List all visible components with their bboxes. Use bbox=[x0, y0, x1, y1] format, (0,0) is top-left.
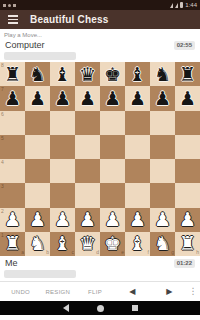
square-d2[interactable]: ♟ bbox=[75, 208, 100, 232]
square-f4[interactable] bbox=[125, 159, 150, 183]
square-c8[interactable]: ♝ bbox=[50, 62, 75, 86]
white-rook: ♜ bbox=[179, 234, 196, 253]
square-h3[interactable] bbox=[175, 183, 200, 207]
square-c7[interactable]: ♟ bbox=[50, 86, 75, 110]
square-f3[interactable] bbox=[125, 183, 150, 207]
file-label: a bbox=[21, 250, 24, 255]
home-icon[interactable] bbox=[97, 305, 104, 312]
square-h6[interactable] bbox=[175, 111, 200, 135]
black-knight: ♞ bbox=[29, 65, 46, 84]
square-c3[interactable] bbox=[50, 183, 75, 207]
white-pawn: ♟ bbox=[179, 210, 196, 229]
square-g3[interactable] bbox=[150, 183, 175, 207]
white-knight: ♞ bbox=[29, 234, 46, 253]
battery-icon bbox=[180, 2, 183, 8]
black-bishop: ♝ bbox=[129, 65, 146, 84]
file-label: e bbox=[121, 250, 124, 255]
file-label: b bbox=[46, 250, 49, 255]
square-c5[interactable] bbox=[50, 135, 75, 159]
square-f5[interactable] bbox=[125, 135, 150, 159]
square-b7[interactable]: ♟ bbox=[25, 86, 50, 110]
square-a6[interactable]: 6 bbox=[0, 111, 25, 135]
square-c4[interactable] bbox=[50, 159, 75, 183]
square-g2[interactable]: ♟ bbox=[150, 208, 175, 232]
rank-label: 6 bbox=[1, 112, 4, 117]
square-e1[interactable]: e♚ bbox=[100, 232, 125, 256]
white-bishop: ♝ bbox=[54, 234, 71, 253]
black-pawn: ♟ bbox=[29, 89, 46, 108]
square-b1[interactable]: b♞ bbox=[25, 232, 50, 256]
square-b8[interactable]: ♞ bbox=[25, 62, 50, 86]
square-f1[interactable]: f♝ bbox=[125, 232, 150, 256]
app-bar: Beautiful Chess bbox=[0, 10, 200, 29]
black-pawn: ♟ bbox=[129, 89, 146, 108]
file-label: f bbox=[148, 250, 149, 255]
rank-label: 2 bbox=[1, 209, 4, 214]
square-d6[interactable] bbox=[75, 111, 100, 135]
black-queen: ♛ bbox=[79, 65, 96, 84]
square-c1[interactable]: c♝ bbox=[50, 232, 75, 256]
opponent-progress-bar bbox=[4, 52, 76, 60]
square-h7[interactable]: ♟ bbox=[175, 86, 200, 110]
square-f6[interactable] bbox=[125, 111, 150, 135]
square-a4[interactable]: 4 bbox=[0, 159, 25, 183]
white-queen: ♛ bbox=[79, 234, 96, 253]
player-progress-bar bbox=[4, 270, 76, 278]
wifi-icon bbox=[170, 3, 173, 8]
flip-button[interactable]: FLIP bbox=[76, 289, 113, 295]
square-d3[interactable] bbox=[75, 183, 100, 207]
player-name: Me bbox=[5, 258, 18, 268]
square-b2[interactable]: ♟ bbox=[25, 208, 50, 232]
square-a3[interactable]: 3 bbox=[0, 183, 25, 207]
android-nav-bar bbox=[0, 301, 200, 315]
square-f2[interactable]: ♟ bbox=[125, 208, 150, 232]
square-a1[interactable]: 1a♜ bbox=[0, 232, 25, 256]
square-d8[interactable]: ♛ bbox=[75, 62, 100, 86]
hamburger-menu-icon[interactable] bbox=[8, 15, 18, 24]
square-e5[interactable] bbox=[100, 135, 125, 159]
square-c6[interactable] bbox=[50, 111, 75, 135]
rank-label: 4 bbox=[1, 160, 4, 165]
square-h5[interactable] bbox=[175, 135, 200, 159]
rank-label: 3 bbox=[1, 184, 4, 189]
square-b4[interactable] bbox=[25, 159, 50, 183]
black-pawn: ♟ bbox=[79, 89, 96, 108]
white-pawn: ♟ bbox=[129, 210, 146, 229]
notification-icon bbox=[13, 4, 16, 7]
square-g4[interactable] bbox=[150, 159, 175, 183]
white-pawn: ♟ bbox=[154, 210, 171, 229]
status-time: 1:44 bbox=[185, 2, 197, 8]
square-d1[interactable]: d♛ bbox=[75, 232, 100, 256]
file-label: h bbox=[196, 250, 199, 255]
square-f7[interactable]: ♟ bbox=[125, 86, 150, 110]
square-g6[interactable] bbox=[150, 111, 175, 135]
square-a5[interactable]: 5 bbox=[0, 135, 25, 159]
rank-label: 5 bbox=[1, 136, 4, 141]
signal-icon bbox=[175, 3, 178, 8]
square-e2[interactable]: ♟ bbox=[100, 208, 125, 232]
square-h2[interactable]: ♟ bbox=[175, 208, 200, 232]
notification-icon bbox=[3, 4, 6, 7]
resign-button[interactable]: RESIGN bbox=[39, 289, 76, 295]
square-d4[interactable] bbox=[75, 159, 100, 183]
square-e4[interactable] bbox=[100, 159, 125, 183]
white-pawn: ♟ bbox=[79, 210, 96, 229]
black-pawn: ♟ bbox=[54, 89, 71, 108]
white-pawn: ♟ bbox=[104, 210, 121, 229]
black-pawn: ♟ bbox=[104, 89, 121, 108]
square-e3[interactable] bbox=[100, 183, 125, 207]
square-g1[interactable]: g♞ bbox=[150, 232, 175, 256]
next-move-icon[interactable]: ▶ bbox=[151, 288, 188, 296]
black-knight: ♞ bbox=[154, 65, 171, 84]
square-d5[interactable] bbox=[75, 135, 100, 159]
square-e6[interactable] bbox=[100, 111, 125, 135]
square-h8[interactable]: ♜ bbox=[175, 62, 200, 86]
android-status-bar: 1:44 bbox=[0, 0, 200, 10]
rank-label: 7 bbox=[1, 87, 4, 92]
black-rook: ♜ bbox=[179, 65, 196, 84]
white-pawn: ♟ bbox=[4, 210, 21, 229]
black-king: ♚ bbox=[104, 65, 121, 84]
square-f8[interactable]: ♝ bbox=[125, 62, 150, 86]
prev-move-icon[interactable]: ◀ bbox=[114, 288, 151, 296]
opponent-row: Computer 02:55 bbox=[0, 40, 200, 50]
square-a2[interactable]: 2♟ bbox=[0, 208, 25, 232]
square-e8[interactable]: ♚ bbox=[100, 62, 125, 86]
square-a8[interactable]: 8♜ bbox=[0, 62, 25, 86]
player-clock: 01:22 bbox=[174, 259, 195, 268]
square-g5[interactable] bbox=[150, 135, 175, 159]
square-b6[interactable] bbox=[25, 111, 50, 135]
opponent-name: Computer bbox=[5, 40, 45, 50]
square-c2[interactable]: ♟ bbox=[50, 208, 75, 232]
game-toolbar: UNDO RESIGN FLIP ◀ ▶ ⋮ bbox=[0, 281, 200, 301]
white-knight: ♞ bbox=[154, 234, 171, 253]
black-pawn: ♟ bbox=[4, 89, 21, 108]
chess-board[interactable]: 8♜♞♝♛♚♝♞♜7♟♟♟♟♟♟♟♟65432♟♟♟♟♟♟♟♟1a♜b♞c♝d♛… bbox=[0, 62, 200, 256]
white-rook: ♜ bbox=[4, 234, 21, 253]
square-b5[interactable] bbox=[25, 135, 50, 159]
square-e7[interactable]: ♟ bbox=[100, 86, 125, 110]
black-pawn: ♟ bbox=[179, 89, 196, 108]
white-king: ♚ bbox=[104, 234, 121, 253]
square-g7[interactable]: ♟ bbox=[150, 86, 175, 110]
player-row: Me 01:22 bbox=[0, 258, 200, 268]
undo-button[interactable]: UNDO bbox=[2, 289, 39, 295]
white-bishop: ♝ bbox=[129, 234, 146, 253]
file-label: d bbox=[96, 250, 99, 255]
overflow-menu-icon[interactable]: ⋮ bbox=[188, 287, 198, 296]
white-pawn: ♟ bbox=[54, 210, 71, 229]
white-pawn: ♟ bbox=[29, 210, 46, 229]
back-icon[interactable] bbox=[63, 304, 69, 312]
square-d7[interactable]: ♟ bbox=[75, 86, 100, 110]
square-g8[interactable]: ♞ bbox=[150, 62, 175, 86]
square-h4[interactable] bbox=[175, 159, 200, 183]
black-bishop: ♝ bbox=[54, 65, 71, 84]
black-pawn: ♟ bbox=[154, 89, 171, 108]
opponent-clock: 02:55 bbox=[174, 41, 195, 50]
square-b3[interactable] bbox=[25, 183, 50, 207]
square-h1[interactable]: h♜ bbox=[175, 232, 200, 256]
square-a7[interactable]: 7♟ bbox=[0, 86, 25, 110]
notification-icon bbox=[8, 4, 11, 7]
file-label: g bbox=[171, 250, 174, 255]
move-hint-text: Play a Move... bbox=[4, 32, 200, 38]
recents-icon[interactable] bbox=[132, 305, 138, 311]
file-label: c bbox=[72, 250, 75, 255]
app-title: Beautiful Chess bbox=[30, 14, 109, 25]
black-rook: ♜ bbox=[4, 65, 21, 84]
rank-label: 8 bbox=[1, 63, 4, 68]
rank-label: 1 bbox=[1, 233, 4, 238]
